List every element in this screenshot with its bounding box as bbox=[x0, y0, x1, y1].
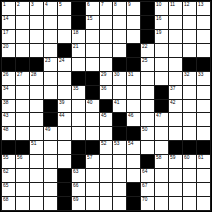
clue-number-38: 38 bbox=[3, 100, 8, 105]
cell-r14c14[interactable] bbox=[183, 183, 196, 196]
cell-r6c7 bbox=[86, 72, 99, 85]
cell-r9c9 bbox=[113, 113, 126, 126]
cell-r1c8[interactable]: 7 bbox=[100, 2, 113, 15]
clue-number-1: 1 bbox=[3, 2, 6, 7]
cell-r3c11 bbox=[141, 30, 154, 43]
cell-r15c3[interactable] bbox=[30, 197, 43, 210]
clue-number-29: 29 bbox=[101, 72, 106, 77]
cell-r13c14[interactable] bbox=[183, 169, 196, 182]
cell-r13c2[interactable] bbox=[16, 169, 29, 182]
cell-r3c8[interactable] bbox=[100, 30, 113, 43]
cell-r14c3[interactable] bbox=[30, 183, 43, 196]
cell-r4c3[interactable] bbox=[30, 44, 43, 57]
cell-r6c13[interactable] bbox=[169, 72, 182, 85]
cell-r7c12 bbox=[155, 86, 168, 99]
clue-number-21: 21 bbox=[73, 44, 78, 49]
clue-number-15: 15 bbox=[87, 16, 92, 21]
clue-number-39: 39 bbox=[59, 100, 64, 105]
cell-r2c4[interactable] bbox=[44, 16, 57, 29]
cell-r4c8[interactable] bbox=[100, 44, 113, 57]
cell-r6c12[interactable] bbox=[155, 72, 168, 85]
cell-r4c15[interactable] bbox=[197, 44, 210, 57]
cell-r9c13[interactable] bbox=[169, 113, 182, 126]
cell-r11c10[interactable]: 54 bbox=[127, 141, 140, 154]
cell-r1c7[interactable]: 6 bbox=[86, 2, 99, 15]
cell-r6c14[interactable]: 32 bbox=[183, 72, 196, 85]
cell-r7c13[interactable]: 37 bbox=[169, 86, 182, 99]
cell-r7c5[interactable] bbox=[58, 86, 71, 99]
cell-r12c9[interactable] bbox=[113, 155, 126, 168]
cell-r11c5[interactable] bbox=[58, 141, 71, 154]
cell-r8c11[interactable] bbox=[141, 100, 154, 113]
clue-number-56: 56 bbox=[17, 155, 22, 160]
cell-r15c14[interactable] bbox=[183, 197, 196, 210]
cell-r8c4 bbox=[44, 100, 57, 113]
cell-r9c1[interactable]: 43 bbox=[2, 113, 15, 126]
cell-r2c2[interactable] bbox=[16, 16, 29, 29]
cell-r1c2[interactable]: 2 bbox=[16, 2, 29, 15]
cell-r1c12[interactable]: 10 bbox=[155, 2, 168, 15]
clue-number-49: 49 bbox=[45, 127, 50, 132]
cell-r15c13[interactable] bbox=[169, 197, 182, 210]
cell-r8c10[interactable] bbox=[127, 100, 140, 113]
clue-number-8: 8 bbox=[114, 2, 117, 7]
cell-r8c2[interactable] bbox=[16, 100, 29, 113]
cell-r10c12[interactable] bbox=[155, 127, 168, 140]
cell-r1c14[interactable]: 12 bbox=[183, 2, 196, 15]
cell-r1c11 bbox=[141, 2, 154, 15]
clue-number-51: 51 bbox=[31, 141, 36, 146]
cell-r2c14[interactable] bbox=[183, 16, 196, 29]
clue-number-52: 52 bbox=[101, 141, 106, 146]
cell-r11c15 bbox=[197, 141, 210, 154]
clue-number-41: 41 bbox=[114, 100, 119, 105]
clue-number-44: 44 bbox=[59, 113, 64, 118]
clue-number-5: 5 bbox=[59, 2, 62, 7]
cell-r3c6[interactable]: 18 bbox=[72, 30, 85, 43]
cell-r7c2[interactable] bbox=[16, 86, 29, 99]
cell-r10c7[interactable] bbox=[86, 127, 99, 140]
clue-number-62: 62 bbox=[3, 169, 8, 174]
cell-r2c9[interactable] bbox=[113, 16, 126, 29]
cell-r5c11[interactable]: 25 bbox=[141, 58, 154, 71]
cell-r6c8[interactable]: 29 bbox=[100, 72, 113, 85]
cell-r13c12[interactable] bbox=[155, 169, 168, 182]
cell-r9c2[interactable] bbox=[16, 113, 29, 126]
cell-r14c4[interactable] bbox=[44, 183, 57, 196]
clue-number-35: 35 bbox=[73, 86, 78, 91]
cell-r14c9[interactable] bbox=[113, 183, 126, 196]
clue-number-11: 11 bbox=[170, 2, 175, 7]
cell-r15c10 bbox=[127, 197, 140, 210]
cell-r15c5 bbox=[58, 197, 71, 210]
cell-r7c4[interactable] bbox=[44, 86, 57, 99]
clue-number-9: 9 bbox=[128, 2, 131, 7]
cell-r2c3[interactable] bbox=[30, 16, 43, 29]
cell-r9c15[interactable] bbox=[197, 113, 210, 126]
cell-r3c5[interactable] bbox=[58, 30, 71, 43]
cell-r2c7[interactable]: 15 bbox=[86, 16, 99, 29]
cell-r13c4[interactable] bbox=[44, 169, 57, 182]
cell-r2c13[interactable] bbox=[169, 16, 182, 29]
cell-r4c1[interactable]: 20 bbox=[2, 44, 15, 57]
cell-r3c2[interactable] bbox=[16, 30, 29, 43]
cell-r5c1 bbox=[2, 58, 15, 71]
cell-r6c4[interactable] bbox=[44, 72, 57, 85]
clue-number-31: 31 bbox=[128, 72, 133, 77]
cell-r5c8[interactable] bbox=[100, 58, 113, 71]
cell-r8c5[interactable]: 39 bbox=[58, 100, 71, 113]
cell-r1c6 bbox=[72, 2, 85, 15]
clue-number-59: 59 bbox=[170, 155, 175, 160]
cell-r7c1[interactable]: 34 bbox=[2, 86, 15, 99]
cell-r4c13[interactable] bbox=[169, 44, 182, 57]
cell-r10c8[interactable] bbox=[100, 127, 113, 140]
cell-r11c14 bbox=[183, 141, 196, 154]
cell-r4c14[interactable] bbox=[183, 44, 196, 57]
cell-r6c9[interactable]: 30 bbox=[113, 72, 126, 85]
cell-r8c1[interactable]: 38 bbox=[2, 100, 15, 113]
cell-r6c5[interactable] bbox=[58, 72, 71, 85]
clue-number-25: 25 bbox=[142, 58, 147, 63]
clue-number-17: 17 bbox=[3, 30, 8, 35]
cell-r15c7[interactable] bbox=[86, 197, 99, 210]
cell-r2c10[interactable] bbox=[127, 16, 140, 29]
cell-r9c10[interactable]: 46 bbox=[127, 113, 140, 126]
clue-number-10: 10 bbox=[156, 2, 161, 7]
clue-number-68: 68 bbox=[3, 197, 8, 202]
cell-r6c3[interactable]: 28 bbox=[30, 72, 43, 85]
cell-r4c12[interactable] bbox=[155, 44, 168, 57]
cell-r10c11[interactable]: 50 bbox=[141, 127, 154, 140]
cell-r9c5[interactable]: 44 bbox=[58, 113, 71, 126]
cell-r11c13 bbox=[169, 141, 182, 154]
clue-number-54: 54 bbox=[128, 141, 133, 146]
cell-r14c10 bbox=[127, 183, 140, 196]
clue-number-53: 53 bbox=[114, 141, 119, 146]
cell-r11c8[interactable]: 52 bbox=[100, 141, 113, 154]
clue-number-22: 22 bbox=[142, 44, 147, 49]
cell-r9c11[interactable] bbox=[141, 113, 154, 126]
clue-number-13: 13 bbox=[198, 2, 203, 7]
cell-r9c6[interactable] bbox=[72, 113, 85, 126]
clue-number-4: 4 bbox=[45, 2, 48, 7]
cell-r7c7 bbox=[86, 86, 99, 99]
clue-number-58: 58 bbox=[156, 155, 161, 160]
cell-r5c15 bbox=[197, 58, 210, 71]
cell-r15c15[interactable] bbox=[197, 197, 210, 210]
cell-r12c15[interactable]: 61 bbox=[197, 155, 210, 168]
clue-number-43: 43 bbox=[3, 113, 8, 118]
cell-r3c12[interactable]: 19 bbox=[155, 30, 168, 43]
cell-r1c15[interactable]: 13 bbox=[197, 2, 210, 15]
cell-r11c1 bbox=[2, 141, 15, 154]
cell-r8c15[interactable] bbox=[197, 100, 210, 113]
cell-r1c3[interactable]: 3 bbox=[30, 2, 43, 15]
cell-r4c11[interactable]: 22 bbox=[141, 44, 154, 57]
cell-r9c7[interactable] bbox=[86, 113, 99, 126]
cell-r8c6[interactable] bbox=[72, 100, 85, 113]
clue-number-63: 63 bbox=[73, 169, 78, 174]
cell-r13c10[interactable] bbox=[127, 169, 140, 182]
cell-r3c3[interactable] bbox=[30, 30, 43, 43]
cell-r8c14[interactable] bbox=[183, 100, 196, 113]
cell-r15c6[interactable]: 69 bbox=[72, 197, 85, 210]
cell-r10c9 bbox=[113, 127, 126, 140]
cell-r11c2 bbox=[16, 141, 29, 154]
clue-number-32: 32 bbox=[184, 72, 189, 77]
cell-r6c15[interactable]: 33 bbox=[197, 72, 210, 85]
clue-number-65: 65 bbox=[3, 183, 8, 188]
clue-number-50: 50 bbox=[142, 127, 147, 132]
clue-number-27: 27 bbox=[17, 72, 22, 77]
cell-r12c11 bbox=[141, 155, 154, 168]
clue-number-69: 69 bbox=[73, 197, 78, 202]
clue-number-12: 12 bbox=[184, 2, 189, 7]
cell-r4c4[interactable] bbox=[44, 44, 57, 57]
cell-r4c5 bbox=[58, 44, 71, 57]
cell-r7c8[interactable]: 36 bbox=[100, 86, 113, 99]
clue-number-57: 57 bbox=[87, 155, 92, 160]
cell-r5c4[interactable]: 23 bbox=[44, 58, 57, 71]
cell-r13c15[interactable] bbox=[197, 169, 210, 182]
clue-number-37: 37 bbox=[170, 86, 175, 91]
cell-r3c4[interactable] bbox=[44, 30, 57, 43]
cell-r13c7[interactable] bbox=[86, 169, 99, 182]
cell-r2c12[interactable]: 16 bbox=[155, 16, 168, 29]
cell-r1c10[interactable]: 9 bbox=[127, 2, 140, 15]
clue-number-36: 36 bbox=[101, 86, 106, 91]
cell-r9c3[interactable] bbox=[30, 113, 43, 126]
cell-r7c9[interactable] bbox=[113, 86, 126, 99]
cell-r8c3[interactable] bbox=[30, 100, 43, 113]
cell-r3c10[interactable] bbox=[127, 30, 140, 43]
cell-r5c7[interactable] bbox=[86, 58, 99, 71]
clue-number-24: 24 bbox=[59, 58, 64, 63]
clue-number-55: 55 bbox=[3, 155, 8, 160]
clue-number-61: 61 bbox=[198, 155, 203, 160]
clue-number-3: 3 bbox=[31, 2, 34, 7]
clue-number-2: 2 bbox=[17, 2, 20, 7]
cell-r13c1[interactable]: 62 bbox=[2, 169, 15, 182]
cell-r4c10 bbox=[127, 44, 140, 57]
cell-r10c6[interactable] bbox=[72, 127, 85, 140]
clue-number-20: 20 bbox=[3, 44, 8, 49]
cell-r1c13[interactable]: 11 bbox=[169, 2, 182, 15]
clue-number-34: 34 bbox=[3, 86, 8, 91]
cell-r7c11[interactable] bbox=[141, 86, 154, 99]
cell-r13c8[interactable] bbox=[100, 169, 113, 182]
cell-r1c9[interactable]: 8 bbox=[113, 2, 126, 15]
cell-r11c4[interactable] bbox=[44, 141, 57, 154]
cell-r2c15[interactable] bbox=[197, 16, 210, 29]
cell-r11c3[interactable]: 51 bbox=[30, 141, 43, 154]
cell-r14c6[interactable]: 66 bbox=[72, 183, 85, 196]
cell-r11c6 bbox=[72, 141, 85, 154]
cell-r8c7[interactable]: 40 bbox=[86, 100, 99, 113]
cell-r12c5[interactable] bbox=[58, 155, 71, 168]
cell-r12c1[interactable]: 55 bbox=[2, 155, 15, 168]
cell-r14c1[interactable]: 65 bbox=[2, 183, 15, 196]
cell-r7c3[interactable] bbox=[30, 86, 43, 99]
cell-r12c14[interactable]: 60 bbox=[183, 155, 196, 168]
cell-r14c12[interactable] bbox=[155, 183, 168, 196]
cell-r13c6[interactable]: 63 bbox=[72, 169, 85, 182]
cell-r4c2[interactable] bbox=[16, 44, 29, 57]
cell-r12c7[interactable]: 57 bbox=[86, 155, 99, 168]
cell-r8c13[interactable]: 42 bbox=[169, 100, 182, 113]
clue-number-42: 42 bbox=[170, 100, 175, 105]
clue-number-70: 70 bbox=[142, 197, 147, 202]
cell-r10c4[interactable]: 49 bbox=[44, 127, 57, 140]
cell-r6c10[interactable]: 31 bbox=[127, 72, 140, 85]
cell-r8c8 bbox=[100, 100, 113, 113]
clue-number-23: 23 bbox=[45, 58, 50, 63]
cell-r11c11[interactable] bbox=[141, 141, 154, 154]
cell-r15c12[interactable] bbox=[155, 197, 168, 210]
cell-r13c3[interactable] bbox=[30, 169, 43, 182]
cell-r7c10[interactable] bbox=[127, 86, 140, 99]
cell-r15c11[interactable]: 70 bbox=[141, 197, 154, 210]
cell-r10c2[interactable] bbox=[16, 127, 29, 140]
clue-number-66: 66 bbox=[73, 183, 78, 188]
cell-r12c4[interactable] bbox=[44, 155, 57, 168]
cell-r3c14[interactable] bbox=[183, 30, 196, 43]
cell-r10c13[interactable] bbox=[169, 127, 182, 140]
cell-r13c13[interactable] bbox=[169, 169, 182, 182]
cell-r10c10 bbox=[127, 127, 140, 140]
cell-r10c1[interactable]: 48 bbox=[2, 127, 15, 140]
cell-r12c6 bbox=[72, 155, 85, 168]
cell-r14c15[interactable] bbox=[197, 183, 210, 196]
cell-r2c5[interactable] bbox=[58, 16, 71, 29]
cell-r5c13[interactable] bbox=[169, 58, 182, 71]
cell-r12c10[interactable] bbox=[127, 155, 140, 168]
clue-number-47: 47 bbox=[156, 113, 161, 118]
cell-r10c14[interactable] bbox=[183, 127, 196, 140]
cell-r4c6[interactable]: 21 bbox=[72, 44, 85, 57]
cell-r3c15[interactable] bbox=[197, 30, 210, 43]
cell-r3c1[interactable]: 17 bbox=[2, 30, 15, 43]
clue-number-60: 60 bbox=[184, 155, 189, 160]
cell-r4c7[interactable] bbox=[86, 44, 99, 57]
cell-r6c6 bbox=[72, 72, 85, 85]
crossword-grid: 1234567891011121314151617181920212223242… bbox=[0, 0, 212, 212]
cell-r10c3[interactable] bbox=[30, 127, 43, 140]
clue-number-33: 33 bbox=[198, 72, 203, 77]
cell-r2c6 bbox=[72, 16, 85, 29]
cell-r6c11[interactable] bbox=[141, 72, 154, 85]
cell-r8c9[interactable]: 41 bbox=[113, 100, 126, 113]
clue-number-30: 30 bbox=[114, 72, 119, 77]
cell-r2c1[interactable]: 14 bbox=[2, 16, 15, 29]
clue-number-26: 26 bbox=[3, 72, 8, 77]
cell-r8c12 bbox=[155, 100, 168, 113]
cell-r15c4[interactable] bbox=[44, 197, 57, 210]
cell-r12c3[interactable] bbox=[30, 155, 43, 168]
clue-number-40: 40 bbox=[87, 100, 92, 105]
cell-r14c11[interactable]: 67 bbox=[141, 183, 154, 196]
cell-r3c13[interactable] bbox=[169, 30, 182, 43]
cell-r5c12[interactable] bbox=[155, 58, 168, 71]
clue-number-14: 14 bbox=[3, 16, 8, 21]
cell-r9c12[interactable]: 47 bbox=[155, 113, 168, 126]
cell-r14c5 bbox=[58, 183, 71, 196]
cell-r1c4[interactable]: 4 bbox=[44, 2, 57, 15]
cell-r12c2[interactable]: 56 bbox=[16, 155, 29, 168]
clue-number-46: 46 bbox=[128, 113, 133, 118]
clue-number-18: 18 bbox=[73, 30, 78, 35]
clue-number-64: 64 bbox=[142, 169, 147, 174]
cell-r2c8[interactable] bbox=[100, 16, 113, 29]
cell-r9c4 bbox=[44, 113, 57, 126]
clue-number-28: 28 bbox=[31, 72, 36, 77]
cell-r14c8[interactable] bbox=[100, 183, 113, 196]
clue-number-7: 7 bbox=[101, 2, 104, 7]
cell-r11c12[interactable] bbox=[155, 141, 168, 154]
cell-r7c6[interactable]: 35 bbox=[72, 86, 85, 99]
clue-number-16: 16 bbox=[156, 16, 161, 21]
cell-r12c8[interactable] bbox=[100, 155, 113, 168]
cell-r12c12[interactable]: 58 bbox=[155, 155, 168, 168]
cell-r5c2 bbox=[16, 58, 29, 71]
cell-r5c10 bbox=[127, 58, 140, 71]
cell-r12c13[interactable]: 59 bbox=[169, 155, 182, 168]
cell-r11c9[interactable]: 53 bbox=[113, 141, 126, 154]
cell-r15c2[interactable] bbox=[16, 197, 29, 210]
cell-r6c2[interactable]: 27 bbox=[16, 72, 29, 85]
cell-r13c9[interactable] bbox=[113, 169, 126, 182]
cell-r1c1[interactable]: 1 bbox=[2, 2, 15, 15]
cell-r9c14[interactable] bbox=[183, 113, 196, 126]
cell-r14c7[interactable] bbox=[86, 183, 99, 196]
clue-number-19: 19 bbox=[156, 30, 161, 35]
cell-r10c15[interactable] bbox=[197, 127, 210, 140]
cell-r3c9[interactable] bbox=[113, 30, 126, 43]
cell-r1c5[interactable]: 5 bbox=[58, 2, 71, 15]
cell-r10c5[interactable] bbox=[58, 127, 71, 140]
cell-r14c2[interactable] bbox=[16, 183, 29, 196]
cell-r9c8[interactable]: 45 bbox=[100, 113, 113, 126]
clue-number-45: 45 bbox=[101, 113, 106, 118]
cell-r15c1[interactable]: 68 bbox=[2, 197, 15, 210]
cell-r11c7 bbox=[86, 141, 99, 154]
cell-r15c8[interactable] bbox=[100, 197, 113, 210]
cell-r14c13[interactable] bbox=[169, 183, 182, 196]
cell-r15c9[interactable] bbox=[113, 197, 126, 210]
cell-r6c1[interactable]: 26 bbox=[2, 72, 15, 85]
cell-r3c7[interactable] bbox=[86, 30, 99, 43]
cell-r13c11[interactable]: 64 bbox=[141, 169, 154, 182]
cell-r5c9 bbox=[113, 58, 126, 71]
clue-number-6: 6 bbox=[87, 2, 90, 7]
cell-r7c14[interactable] bbox=[183, 86, 196, 99]
cell-r5c3 bbox=[30, 58, 43, 71]
cell-r13c5 bbox=[58, 169, 71, 182]
cell-r5c5[interactable]: 24 bbox=[58, 58, 71, 71]
cell-r5c6[interactable] bbox=[72, 58, 85, 71]
cell-r5c14 bbox=[183, 58, 196, 71]
cell-r7c15[interactable] bbox=[197, 86, 210, 99]
cell-r2c11 bbox=[141, 16, 154, 29]
cell-r4c9[interactable] bbox=[113, 44, 126, 57]
clue-number-67: 67 bbox=[142, 183, 147, 188]
clue-number-48: 48 bbox=[3, 127, 8, 132]
